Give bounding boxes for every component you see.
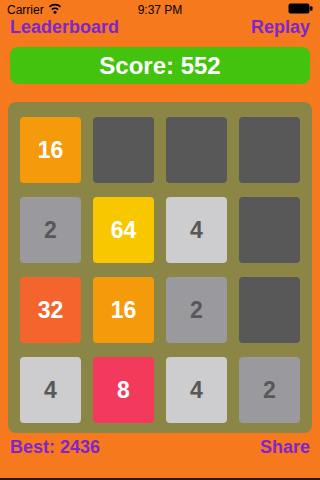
share-button[interactable]: Share	[260, 437, 310, 458]
replay-button[interactable]: Replay	[251, 17, 310, 38]
cell-r3c2-tile-16: 16	[93, 277, 154, 343]
cell-r1c1-tile-16: 16	[20, 117, 81, 183]
cell-r1c4-empty	[239, 117, 300, 183]
score-label: Score: 552	[99, 52, 220, 80]
app-screen: Carrier 9:37 PM Leaderboard Replay S	[0, 0, 320, 480]
cell-r3c3-tile-2: 2	[166, 277, 227, 343]
best-score-label: Best: 2436	[10, 437, 100, 458]
cell-r4c1-tile-4: 4	[20, 357, 81, 423]
cell-r1c2-empty	[93, 117, 154, 183]
nav-row: Leaderboard Replay	[10, 17, 310, 38]
time-label: 9:37 PM	[0, 3, 320, 17]
cell-r2c1-tile-2: 2	[20, 197, 81, 263]
board-grid[interactable]: 162644321624842	[8, 102, 312, 433]
cell-r4c2-tile-8: 8	[93, 357, 154, 423]
cell-r2c2-tile-64: 64	[93, 197, 154, 263]
cell-r2c4-empty	[239, 197, 300, 263]
cell-r3c1-tile-32: 32	[20, 277, 81, 343]
cell-r2c3-tile-4: 4	[166, 197, 227, 263]
cell-r3c4-empty	[239, 277, 300, 343]
leaderboard-button[interactable]: Leaderboard	[10, 17, 119, 38]
cell-r4c3-tile-4: 4	[166, 357, 227, 423]
cell-r4c4-tile-2: 2	[239, 357, 300, 423]
cell-r1c3-empty	[166, 117, 227, 183]
score-banner: Score: 552	[10, 47, 310, 84]
footer-row: Best: 2436 Share	[10, 437, 310, 458]
